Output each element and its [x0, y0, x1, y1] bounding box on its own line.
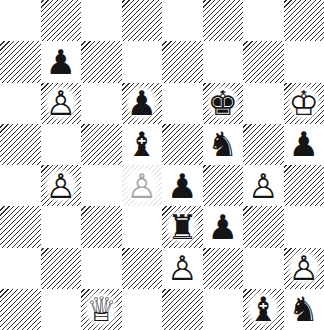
square-h3: [284, 206, 324, 247]
chessboard: ♟♙♟♚♔♝♞♟♙♙♟♙♜♟♙♙♕♝♞: [0, 0, 324, 330]
square-f1: [203, 289, 244, 330]
square-d4: ♙: [122, 165, 163, 206]
white-pawn-b6: ♙: [46, 86, 76, 120]
square-d2: [122, 248, 163, 289]
square-h1: ♞: [284, 289, 324, 330]
black-pawn-h5: ♟: [289, 127, 319, 161]
square-b5: [41, 124, 82, 165]
square-e7: [162, 41, 203, 82]
square-e1: [162, 289, 203, 330]
black-pawn-e4: ♟: [167, 169, 197, 203]
square-g5: [243, 124, 284, 165]
square-d8: [122, 0, 163, 41]
square-a4: [0, 165, 41, 206]
square-g7: [243, 41, 284, 82]
square-a1: [0, 289, 41, 330]
square-g4: ♙: [243, 165, 284, 206]
square-a7: [0, 41, 41, 82]
square-g3: [243, 206, 284, 247]
square-g2: [243, 248, 284, 289]
square-c1: ♕: [81, 289, 122, 330]
square-f3: ♟: [203, 206, 244, 247]
piece-halo: ♟: [164, 167, 200, 205]
square-b7: ♟: [41, 41, 82, 82]
piece-halo: ♙: [43, 167, 79, 205]
piece-halo: ♙: [286, 249, 322, 287]
white-pawn-d4: ♙: [127, 169, 157, 203]
square-c6: [81, 83, 122, 124]
black-bishop-g1: ♝: [248, 292, 278, 326]
square-b2: [41, 248, 82, 289]
piece-halo: ♝: [245, 290, 281, 328]
white-king-h6: ♔: [289, 86, 319, 120]
square-d1: [122, 289, 163, 330]
square-h6: ♔: [284, 83, 324, 124]
piece-halo: ♜: [164, 208, 200, 246]
square-h7: [284, 41, 324, 82]
square-e3: ♜: [162, 206, 203, 247]
square-c8: [81, 0, 122, 41]
square-b8: [41, 0, 82, 41]
square-e5: [162, 124, 203, 165]
square-e6: [162, 83, 203, 124]
square-f5: ♞: [203, 124, 244, 165]
square-a3: [0, 206, 41, 247]
piece-halo: ♟: [124, 84, 160, 122]
black-knight-h1: ♞: [289, 292, 319, 326]
white-pawn-g4: ♙: [248, 169, 278, 203]
square-c2: [81, 248, 122, 289]
white-queen-c1: ♕: [86, 292, 116, 326]
piece-halo: ♟: [205, 208, 241, 246]
square-c4: [81, 165, 122, 206]
square-a8: [0, 0, 41, 41]
square-e8: [162, 0, 203, 41]
square-e2: ♙: [162, 248, 203, 289]
square-d5: ♝: [122, 124, 163, 165]
black-bishop-d5: ♝: [127, 127, 157, 161]
square-g6: [243, 83, 284, 124]
white-pawn-e2: ♙: [167, 251, 197, 285]
piece-halo: ♙: [124, 167, 160, 205]
square-b3: [41, 206, 82, 247]
piece-halo: ♙: [245, 167, 281, 205]
square-b1: [41, 289, 82, 330]
square-d7: [122, 41, 163, 82]
piece-halo: ♟: [43, 43, 79, 81]
square-c5: [81, 124, 122, 165]
black-rook-e3: ♜: [167, 210, 197, 244]
black-knight-f5: ♞: [208, 127, 238, 161]
white-pawn-b4: ♙: [46, 169, 76, 203]
square-f7: [203, 41, 244, 82]
piece-halo: ♞: [286, 290, 322, 328]
piece-halo: ♕: [83, 290, 119, 328]
black-pawn-f3: ♟: [208, 210, 238, 244]
square-a2: [0, 248, 41, 289]
square-a6: [0, 83, 41, 124]
piece-halo: ♟: [286, 125, 322, 163]
square-g8: [243, 0, 284, 41]
piece-halo: ♝: [124, 125, 160, 163]
square-f4: [203, 165, 244, 206]
piece-halo: ♙: [43, 84, 79, 122]
piece-halo: ♔: [286, 84, 322, 122]
square-a5: [0, 124, 41, 165]
square-f6: ♚: [203, 83, 244, 124]
square-f2: [203, 248, 244, 289]
square-b6: ♙: [41, 83, 82, 124]
square-e4: ♟: [162, 165, 203, 206]
piece-halo: ♚: [205, 84, 241, 122]
square-d6: ♟: [122, 83, 163, 124]
square-g1: ♝: [243, 289, 284, 330]
square-c3: [81, 206, 122, 247]
piece-halo: ♞: [205, 125, 241, 163]
piece-halo: ♙: [164, 249, 200, 287]
square-h4: [284, 165, 324, 206]
square-c7: [81, 41, 122, 82]
square-b4: ♙: [41, 165, 82, 206]
black-pawn-d6: ♟: [127, 86, 157, 120]
square-h8: [284, 0, 324, 41]
square-h2: ♙: [284, 248, 324, 289]
square-d3: [122, 206, 163, 247]
black-pawn-b7: ♟: [46, 45, 76, 79]
black-king-f6: ♚: [208, 86, 238, 120]
white-pawn-h2: ♙: [289, 251, 319, 285]
square-h5: ♟: [284, 124, 324, 165]
square-f8: [203, 0, 244, 41]
